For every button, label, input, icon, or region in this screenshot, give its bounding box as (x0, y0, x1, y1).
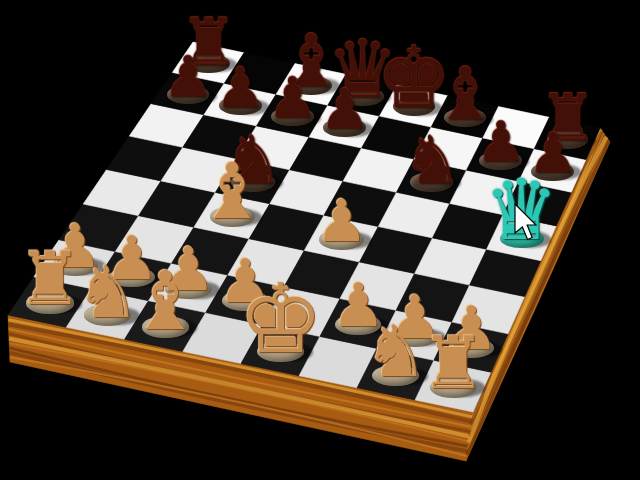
piece-white-pawn-e4[interactable]: ♟ (313, 192, 371, 250)
piece-white-rook-h1[interactable]: ♜ (417, 327, 490, 400)
piece-black-pawn-a7[interactable]: ♟ (160, 49, 216, 105)
piece-black-pawn-c7[interactable]: ♟ (265, 71, 320, 126)
piece-white-bishop-c1[interactable]: ♝ (125, 260, 206, 341)
piece-white-king-e1[interactable]: ♚ (233, 272, 328, 367)
piece-black-knight-f6[interactable]: ♞ (399, 128, 465, 194)
piece-black-pawn-b7[interactable]: ♟ (213, 60, 268, 116)
cursor-arrow-shape (515, 204, 536, 240)
chess-3d-scene: ♜♝♟♛♟♚♟♝♟♜♟♟♞♞♝♛♟♟♟♟♟♜♞♟♝♟♟♚♞♜ (0, 0, 640, 480)
piece-black-pawn-d7[interactable]: ♟ (317, 82, 372, 137)
piece-white-bishop-c4[interactable]: ♝ (194, 153, 271, 230)
mouse-cursor-arrow (514, 203, 540, 247)
